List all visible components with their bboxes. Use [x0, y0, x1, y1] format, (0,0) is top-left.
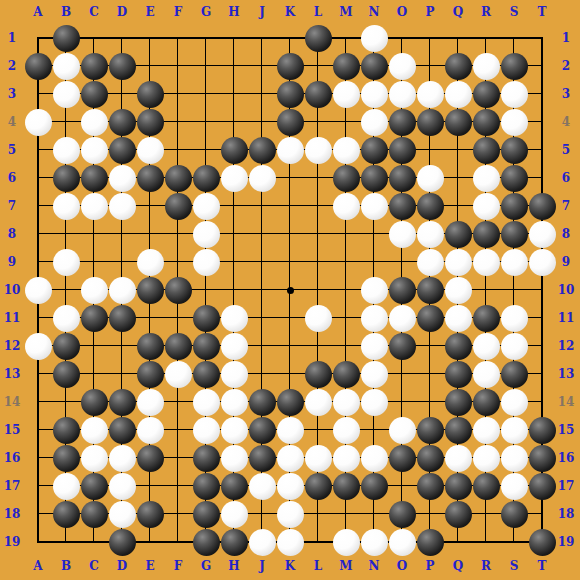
row-label-1: 1 — [556, 24, 576, 52]
column-label-N: N — [360, 556, 388, 576]
row-label-18: 18 — [556, 500, 576, 528]
column-label-L: L — [304, 556, 332, 576]
column-label-B: B — [52, 556, 80, 576]
column-label-M: M — [332, 2, 360, 22]
column-label-H: H — [220, 2, 248, 22]
column-label-C: C — [80, 556, 108, 576]
row-label-12: 12 — [2, 332, 22, 360]
column-label-B: B — [52, 2, 80, 22]
row-label-6: 6 — [2, 164, 22, 192]
column-label-Q: Q — [444, 556, 472, 576]
row-label-5: 5 — [556, 136, 576, 164]
column-label-S: S — [500, 556, 528, 576]
column-label-R: R — [472, 556, 500, 576]
row-labels-left: 12345678910111213141516171819 — [2, 24, 22, 556]
row-label-17: 17 — [2, 472, 22, 500]
row-label-16: 16 — [2, 444, 22, 472]
row-label-14: 14 — [2, 388, 22, 416]
row-label-11: 11 — [2, 304, 22, 332]
column-label-O: O — [388, 556, 416, 576]
row-label-1: 1 — [2, 24, 22, 52]
column-label-J: J — [248, 556, 276, 576]
row-label-17: 17 — [556, 472, 576, 500]
column-label-T: T — [528, 556, 556, 576]
column-label-H: H — [220, 556, 248, 576]
row-label-14: 14 — [556, 388, 576, 416]
column-label-D: D — [108, 2, 136, 22]
column-label-O: O — [388, 2, 416, 22]
column-label-K: K — [276, 2, 304, 22]
row-label-2: 2 — [2, 52, 22, 80]
column-label-F: F — [164, 2, 192, 22]
row-label-19: 19 — [556, 528, 576, 556]
go-board: ABCDEFGHJKLMNOPQRST ABCDEFGHJKLMNOPQRST … — [0, 0, 580, 580]
row-label-9: 9 — [556, 248, 576, 276]
row-label-8: 8 — [2, 220, 22, 248]
row-label-18: 18 — [2, 500, 22, 528]
row-label-12: 12 — [556, 332, 576, 360]
row-label-19: 19 — [2, 528, 22, 556]
row-label-10: 10 — [2, 276, 22, 304]
column-label-G: G — [192, 2, 220, 22]
row-label-11: 11 — [556, 304, 576, 332]
column-label-T: T — [528, 2, 556, 22]
column-label-E: E — [136, 556, 164, 576]
column-label-A: A — [24, 2, 52, 22]
column-label-S: S — [500, 2, 528, 22]
row-label-7: 7 — [556, 192, 576, 220]
row-label-4: 4 — [2, 108, 22, 136]
column-label-F: F — [164, 556, 192, 576]
column-label-N: N — [360, 2, 388, 22]
column-label-G: G — [192, 556, 220, 576]
row-label-6: 6 — [556, 164, 576, 192]
column-label-R: R — [472, 2, 500, 22]
row-label-4: 4 — [556, 108, 576, 136]
column-labels-bottom: ABCDEFGHJKLMNOPQRST — [24, 556, 556, 576]
column-label-P: P — [416, 556, 444, 576]
row-label-9: 9 — [2, 248, 22, 276]
column-label-Q: Q — [444, 2, 472, 22]
row-label-5: 5 — [2, 136, 22, 164]
column-label-C: C — [80, 2, 108, 22]
row-label-16: 16 — [556, 444, 576, 472]
row-label-13: 13 — [556, 360, 576, 388]
row-labels-right: 12345678910111213141516171819 — [556, 24, 576, 556]
column-label-L: L — [304, 2, 332, 22]
column-label-K: K — [276, 556, 304, 576]
row-label-8: 8 — [556, 220, 576, 248]
row-label-13: 13 — [2, 360, 22, 388]
row-label-2: 2 — [556, 52, 576, 80]
column-label-P: P — [416, 2, 444, 22]
row-label-7: 7 — [2, 192, 22, 220]
column-label-A: A — [24, 556, 52, 576]
row-label-3: 3 — [556, 80, 576, 108]
column-label-D: D — [108, 556, 136, 576]
row-label-15: 15 — [556, 416, 576, 444]
column-label-J: J — [248, 2, 276, 22]
row-label-10: 10 — [556, 276, 576, 304]
row-label-15: 15 — [2, 416, 22, 444]
column-label-E: E — [136, 2, 164, 22]
board-border — [37, 37, 543, 543]
column-label-M: M — [332, 556, 360, 576]
column-labels-top: ABCDEFGHJKLMNOPQRST — [24, 2, 556, 22]
row-label-3: 3 — [2, 80, 22, 108]
